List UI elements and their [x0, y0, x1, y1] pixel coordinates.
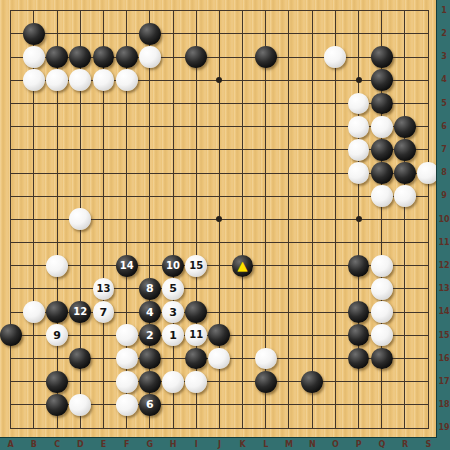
- board-cell-L11[interactable]: [254, 231, 277, 254]
- board-cell-F2[interactable]: [115, 22, 138, 45]
- board-cell-A6[interactable]: [0, 115, 22, 138]
- board-cell-E5[interactable]: [92, 92, 115, 115]
- board-cell-I5[interactable]: [185, 92, 208, 115]
- board-cell-D15[interactable]: [69, 324, 92, 347]
- board-cell-P5[interactable]: [347, 92, 370, 115]
- board-cell-H5[interactable]: [161, 92, 184, 115]
- board-cell-K7[interactable]: [231, 138, 254, 161]
- board-cell-A15[interactable]: [0, 324, 22, 347]
- board-cell-R10[interactable]: [393, 208, 416, 231]
- board-cell-C8[interactable]: [45, 161, 68, 184]
- board-cell-M15[interactable]: [277, 324, 300, 347]
- board-cell-I2[interactable]: [185, 22, 208, 45]
- board-cell-O9[interactable]: [324, 185, 347, 208]
- board-cell-I1[interactable]: [185, 0, 208, 22]
- board-cell-O2[interactable]: [324, 22, 347, 45]
- board-cell-H11[interactable]: [161, 231, 184, 254]
- board-cell-F10[interactable]: [115, 208, 138, 231]
- board-cell-C4[interactable]: [45, 69, 68, 92]
- board-cell-P13[interactable]: [347, 277, 370, 300]
- board-cell-R3[interactable]: [393, 45, 416, 68]
- board-cell-O1[interactable]: [324, 0, 347, 22]
- board-cell-M2[interactable]: [277, 22, 300, 45]
- board-cell-E3[interactable]: [92, 45, 115, 68]
- board-cell-D5[interactable]: [69, 92, 92, 115]
- board-cell-A10[interactable]: [0, 208, 22, 231]
- board-cell-E12[interactable]: [92, 254, 115, 277]
- board-cell-Q3[interactable]: [370, 45, 393, 68]
- board-cell-M7[interactable]: [277, 138, 300, 161]
- board-cell-A9[interactable]: [0, 185, 22, 208]
- board-cell-C6[interactable]: [45, 115, 68, 138]
- board-cell-Q1[interactable]: [370, 0, 393, 22]
- board-cell-P16[interactable]: [347, 347, 370, 370]
- board-cell-Q4[interactable]: [370, 69, 393, 92]
- board-cell-J12[interactable]: [208, 254, 231, 277]
- board-cell-Q6[interactable]: [370, 115, 393, 138]
- board-cell-K10[interactable]: [231, 208, 254, 231]
- board-cell-H1[interactable]: [161, 0, 184, 22]
- board-cell-Q11[interactable]: [370, 231, 393, 254]
- board-cell-R11[interactable]: [393, 231, 416, 254]
- board-cell-A18[interactable]: [0, 393, 22, 416]
- board-cell-G5[interactable]: [138, 92, 161, 115]
- board-cell-M13[interactable]: [277, 277, 300, 300]
- board-cell-N13[interactable]: [301, 277, 324, 300]
- board-cell-A14[interactable]: [0, 301, 22, 324]
- board-cell-J14[interactable]: [208, 301, 231, 324]
- board-cell-B3[interactable]: [22, 45, 45, 68]
- board-cell-O4[interactable]: [324, 69, 347, 92]
- board-cell-F8[interactable]: [115, 161, 138, 184]
- board-cell-F17[interactable]: [115, 370, 138, 393]
- board-cell-I3[interactable]: [185, 45, 208, 68]
- board-cell-R15[interactable]: [393, 324, 416, 347]
- board-cell-O10[interactable]: [324, 208, 347, 231]
- board-cell-C10[interactable]: [45, 208, 68, 231]
- board-cell-F18[interactable]: [115, 393, 138, 416]
- board-cell-M9[interactable]: [277, 185, 300, 208]
- board-cell-I17[interactable]: [185, 370, 208, 393]
- board-cell-F14[interactable]: [115, 301, 138, 324]
- board-cell-D12[interactable]: [69, 254, 92, 277]
- board-cell-B8[interactable]: [22, 161, 45, 184]
- board-cell-D9[interactable]: [69, 185, 92, 208]
- board-cell-Q8[interactable]: [370, 161, 393, 184]
- board-cell-L17[interactable]: [254, 370, 277, 393]
- board-cell-N10[interactable]: [301, 208, 324, 231]
- board-cell-O15[interactable]: [324, 324, 347, 347]
- board-cell-E4[interactable]: [92, 69, 115, 92]
- board-cell-M16[interactable]: [277, 347, 300, 370]
- board-cell-Q15[interactable]: [370, 324, 393, 347]
- board-cell-F4[interactable]: [115, 69, 138, 92]
- board-cell-O11[interactable]: [324, 231, 347, 254]
- board-cell-D8[interactable]: [69, 161, 92, 184]
- board-cell-J16[interactable]: [208, 347, 231, 370]
- board-cell-M18[interactable]: [277, 393, 300, 416]
- board-cell-F13[interactable]: [115, 277, 138, 300]
- board-cell-N18[interactable]: [301, 393, 324, 416]
- board-cell-C14[interactable]: [45, 301, 68, 324]
- board-cell-H7[interactable]: [161, 138, 184, 161]
- board-cell-D3[interactable]: [69, 45, 92, 68]
- board-cell-Q5[interactable]: [370, 92, 393, 115]
- board-cell-G4[interactable]: [138, 69, 161, 92]
- board-cell-F3[interactable]: [115, 45, 138, 68]
- board-cell-J5[interactable]: [208, 92, 231, 115]
- board-cell-K4[interactable]: [231, 69, 254, 92]
- board-cell-R16[interactable]: [393, 347, 416, 370]
- board-cell-M1[interactable]: [277, 0, 300, 22]
- board-cell-H12[interactable]: 10: [161, 254, 184, 277]
- board-cell-N4[interactable]: [301, 69, 324, 92]
- board-cell-M10[interactable]: [277, 208, 300, 231]
- board-cell-J15[interactable]: [208, 324, 231, 347]
- board-cell-N11[interactable]: [301, 231, 324, 254]
- board-cell-J13[interactable]: [208, 277, 231, 300]
- board-cell-L9[interactable]: [254, 185, 277, 208]
- board-cell-A7[interactable]: [0, 138, 22, 161]
- board-cell-K1[interactable]: [231, 0, 254, 22]
- board-cell-L1[interactable]: [254, 0, 277, 22]
- board-cell-G12[interactable]: [138, 254, 161, 277]
- board-cell-I9[interactable]: [185, 185, 208, 208]
- board-cell-H14[interactable]: 3: [161, 301, 184, 324]
- board-cell-I16[interactable]: [185, 347, 208, 370]
- board-cell-D17[interactable]: [69, 370, 92, 393]
- board-cell-B2[interactable]: [22, 22, 45, 45]
- board-cell-N5[interactable]: [301, 92, 324, 115]
- board-cell-M6[interactable]: [277, 115, 300, 138]
- board-cell-B6[interactable]: [22, 115, 45, 138]
- board-cell-K15[interactable]: [231, 324, 254, 347]
- board-cell-N16[interactable]: [301, 347, 324, 370]
- board-cell-K2[interactable]: [231, 22, 254, 45]
- board-cell-R14[interactable]: [393, 301, 416, 324]
- board-cell-A3[interactable]: [0, 45, 22, 68]
- board-cell-D11[interactable]: [69, 231, 92, 254]
- board-cell-B18[interactable]: [22, 393, 45, 416]
- board-cell-A16[interactable]: [0, 347, 22, 370]
- board-cell-L18[interactable]: [254, 393, 277, 416]
- board-cell-J3[interactable]: [208, 45, 231, 68]
- board-cell-N6[interactable]: [301, 115, 324, 138]
- board-cell-F6[interactable]: [115, 115, 138, 138]
- board-cell-E8[interactable]: [92, 161, 115, 184]
- board-cell-G11[interactable]: [138, 231, 161, 254]
- board-cell-D7[interactable]: [69, 138, 92, 161]
- board-cell-N2[interactable]: [301, 22, 324, 45]
- board-cell-K3[interactable]: [231, 45, 254, 68]
- board-cell-I12[interactable]: 15: [185, 254, 208, 277]
- board-cell-B15[interactable]: [22, 324, 45, 347]
- board-cell-G14[interactable]: 4: [138, 301, 161, 324]
- board-cell-E1[interactable]: [92, 0, 115, 22]
- board-cell-B4[interactable]: [22, 69, 45, 92]
- board-cell-K12[interactable]: ▲: [231, 254, 254, 277]
- board-cell-H13[interactable]: 5: [161, 277, 184, 300]
- board-cell-C1[interactable]: [45, 0, 68, 22]
- board-cell-H17[interactable]: [161, 370, 184, 393]
- board-cell-G2[interactable]: [138, 22, 161, 45]
- board-cell-P14[interactable]: [347, 301, 370, 324]
- board-cell-M11[interactable]: [277, 231, 300, 254]
- board-cell-L3[interactable]: [254, 45, 277, 68]
- board-cell-D1[interactable]: [69, 0, 92, 22]
- board-cell-J11[interactable]: [208, 231, 231, 254]
- board-cell-N3[interactable]: [301, 45, 324, 68]
- board-cell-P3[interactable]: [347, 45, 370, 68]
- board-cell-H9[interactable]: [161, 185, 184, 208]
- board-cell-Q13[interactable]: [370, 277, 393, 300]
- board-cell-F12[interactable]: 14: [115, 254, 138, 277]
- board-cell-K9[interactable]: [231, 185, 254, 208]
- board-cell-G10[interactable]: [138, 208, 161, 231]
- board-cell-O6[interactable]: [324, 115, 347, 138]
- board-cell-C17[interactable]: [45, 370, 68, 393]
- board-cell-C9[interactable]: [45, 185, 68, 208]
- board-cell-G6[interactable]: [138, 115, 161, 138]
- board-cell-R9[interactable]: [393, 185, 416, 208]
- board-cell-J6[interactable]: [208, 115, 231, 138]
- board-cell-Q2[interactable]: [370, 22, 393, 45]
- board-cell-H8[interactable]: [161, 161, 184, 184]
- board-cell-C15[interactable]: 9: [45, 324, 68, 347]
- board-cell-C12[interactable]: [45, 254, 68, 277]
- board-cell-B13[interactable]: [22, 277, 45, 300]
- board-cell-O3[interactable]: [324, 45, 347, 68]
- board-cell-P18[interactable]: [347, 393, 370, 416]
- board-cell-B14[interactable]: [22, 301, 45, 324]
- board-cell-L5[interactable]: [254, 92, 277, 115]
- board-cell-R6[interactable]: [393, 115, 416, 138]
- board-cell-O16[interactable]: [324, 347, 347, 370]
- board-cell-L15[interactable]: [254, 324, 277, 347]
- board-cell-F9[interactable]: [115, 185, 138, 208]
- board-cell-D6[interactable]: [69, 115, 92, 138]
- board-cell-R8[interactable]: [393, 161, 416, 184]
- board-cell-I11[interactable]: [185, 231, 208, 254]
- board-cell-E7[interactable]: [92, 138, 115, 161]
- board-cell-M4[interactable]: [277, 69, 300, 92]
- board-cell-A11[interactable]: [0, 231, 22, 254]
- board-cell-I4[interactable]: [185, 69, 208, 92]
- board-cell-O14[interactable]: [324, 301, 347, 324]
- board-cell-B1[interactable]: [22, 0, 45, 22]
- board-cell-J8[interactable]: [208, 161, 231, 184]
- board-cell-R7[interactable]: [393, 138, 416, 161]
- board-cell-J9[interactable]: [208, 185, 231, 208]
- board-cell-J1[interactable]: [208, 0, 231, 22]
- board-cell-M3[interactable]: [277, 45, 300, 68]
- board-cell-P10[interactable]: [347, 208, 370, 231]
- board-cell-C5[interactable]: [45, 92, 68, 115]
- board-cell-L2[interactable]: [254, 22, 277, 45]
- board-cell-C3[interactable]: [45, 45, 68, 68]
- board-cell-M8[interactable]: [277, 161, 300, 184]
- board-cell-G1[interactable]: [138, 0, 161, 22]
- board-cell-L10[interactable]: [254, 208, 277, 231]
- board-cell-O18[interactable]: [324, 393, 347, 416]
- board-cell-I15[interactable]: 11: [185, 324, 208, 347]
- board-cell-H4[interactable]: [161, 69, 184, 92]
- board-cell-E9[interactable]: [92, 185, 115, 208]
- board-cell-G7[interactable]: [138, 138, 161, 161]
- board-cell-Q14[interactable]: [370, 301, 393, 324]
- board-cell-R17[interactable]: [393, 370, 416, 393]
- board-cell-B11[interactable]: [22, 231, 45, 254]
- board-cell-E15[interactable]: [92, 324, 115, 347]
- board-cell-B16[interactable]: [22, 347, 45, 370]
- board-cell-D10[interactable]: [69, 208, 92, 231]
- board-cell-A5[interactable]: [0, 92, 22, 115]
- board-cell-R5[interactable]: [393, 92, 416, 115]
- board-cell-E10[interactable]: [92, 208, 115, 231]
- board-cell-L16[interactable]: [254, 347, 277, 370]
- board-cell-P11[interactable]: [347, 231, 370, 254]
- board-cell-J10[interactable]: [208, 208, 231, 231]
- board-cell-A2[interactable]: [0, 22, 22, 45]
- board-cell-K16[interactable]: [231, 347, 254, 370]
- board-cell-I13[interactable]: [185, 277, 208, 300]
- board-cell-E13[interactable]: 13: [92, 277, 115, 300]
- board-cell-L4[interactable]: [254, 69, 277, 92]
- board-cell-I10[interactable]: [185, 208, 208, 231]
- go-board[interactable]: 141015▲138512743921116: [0, 0, 437, 437]
- board-cell-L6[interactable]: [254, 115, 277, 138]
- board-cell-N8[interactable]: [301, 161, 324, 184]
- board-cell-H10[interactable]: [161, 208, 184, 231]
- board-cell-N17[interactable]: [301, 370, 324, 393]
- board-cell-N14[interactable]: [301, 301, 324, 324]
- board-cell-B5[interactable]: [22, 92, 45, 115]
- board-cell-J2[interactable]: [208, 22, 231, 45]
- board-cell-G16[interactable]: [138, 347, 161, 370]
- board-cell-E18[interactable]: [92, 393, 115, 416]
- board-cell-O13[interactable]: [324, 277, 347, 300]
- board-cell-N12[interactable]: [301, 254, 324, 277]
- board-cell-J18[interactable]: [208, 393, 231, 416]
- board-cell-B9[interactable]: [22, 185, 45, 208]
- board-cell-K18[interactable]: [231, 393, 254, 416]
- board-cell-I14[interactable]: [185, 301, 208, 324]
- board-cell-R4[interactable]: [393, 69, 416, 92]
- board-cell-O5[interactable]: [324, 92, 347, 115]
- board-cell-L8[interactable]: [254, 161, 277, 184]
- board-cell-G17[interactable]: [138, 370, 161, 393]
- board-cell-R18[interactable]: [393, 393, 416, 416]
- board-cell-D4[interactable]: [69, 69, 92, 92]
- board-cell-P7[interactable]: [347, 138, 370, 161]
- board-cell-A4[interactable]: [0, 69, 22, 92]
- board-cell-C13[interactable]: [45, 277, 68, 300]
- board-cell-D14[interactable]: 12: [69, 301, 92, 324]
- board-cell-I18[interactable]: [185, 393, 208, 416]
- board-cell-E2[interactable]: [92, 22, 115, 45]
- board-cell-M17[interactable]: [277, 370, 300, 393]
- board-cell-J7[interactable]: [208, 138, 231, 161]
- board-cell-B7[interactable]: [22, 138, 45, 161]
- board-cell-O7[interactable]: [324, 138, 347, 161]
- board-cell-E14[interactable]: 7: [92, 301, 115, 324]
- board-cell-Q16[interactable]: [370, 347, 393, 370]
- board-cell-F15[interactable]: [115, 324, 138, 347]
- board-cell-D13[interactable]: [69, 277, 92, 300]
- board-cell-H18[interactable]: [161, 393, 184, 416]
- board-cell-O12[interactable]: [324, 254, 347, 277]
- board-cell-J17[interactable]: [208, 370, 231, 393]
- board-cell-P8[interactable]: [347, 161, 370, 184]
- board-cell-A8[interactable]: [0, 161, 22, 184]
- board-cell-H15[interactable]: 1: [161, 324, 184, 347]
- board-cell-K11[interactable]: [231, 231, 254, 254]
- board-cell-H3[interactable]: [161, 45, 184, 68]
- board-cell-G9[interactable]: [138, 185, 161, 208]
- board-cell-C18[interactable]: [45, 393, 68, 416]
- board-cell-K17[interactable]: [231, 370, 254, 393]
- board-cell-N1[interactable]: [301, 0, 324, 22]
- board-cell-F5[interactable]: [115, 92, 138, 115]
- board-cell-D18[interactable]: [69, 393, 92, 416]
- board-cell-C7[interactable]: [45, 138, 68, 161]
- board-cell-B12[interactable]: [22, 254, 45, 277]
- board-cell-Q7[interactable]: [370, 138, 393, 161]
- board-cell-E16[interactable]: [92, 347, 115, 370]
- board-cell-Q10[interactable]: [370, 208, 393, 231]
- board-cell-H16[interactable]: [161, 347, 184, 370]
- board-cell-G18[interactable]: 6: [138, 393, 161, 416]
- board-cell-K8[interactable]: [231, 161, 254, 184]
- board-cell-G3[interactable]: [138, 45, 161, 68]
- board-cell-P2[interactable]: [347, 22, 370, 45]
- board-cell-B10[interactable]: [22, 208, 45, 231]
- board-cell-E17[interactable]: [92, 370, 115, 393]
- board-cell-F7[interactable]: [115, 138, 138, 161]
- board-cell-E11[interactable]: [92, 231, 115, 254]
- board-cell-P9[interactable]: [347, 185, 370, 208]
- board-cell-O17[interactable]: [324, 370, 347, 393]
- board-cell-G15[interactable]: 2: [138, 324, 161, 347]
- board-cell-L14[interactable]: [254, 301, 277, 324]
- board-cell-I8[interactable]: [185, 161, 208, 184]
- board-cell-L13[interactable]: [254, 277, 277, 300]
- board-cell-K5[interactable]: [231, 92, 254, 115]
- board-cell-F16[interactable]: [115, 347, 138, 370]
- board-cell-E6[interactable]: [92, 115, 115, 138]
- board-cell-P4[interactable]: [347, 69, 370, 92]
- board-cell-L12[interactable]: [254, 254, 277, 277]
- board-cell-M5[interactable]: [277, 92, 300, 115]
- board-cell-R13[interactable]: [393, 277, 416, 300]
- board-cell-C11[interactable]: [45, 231, 68, 254]
- board-cell-H6[interactable]: [161, 115, 184, 138]
- board-cell-A13[interactable]: [0, 277, 22, 300]
- board-cell-N15[interactable]: [301, 324, 324, 347]
- board-cell-R2[interactable]: [393, 22, 416, 45]
- board-cell-K6[interactable]: [231, 115, 254, 138]
- board-cell-B17[interactable]: [22, 370, 45, 393]
- board-cell-F1[interactable]: [115, 0, 138, 22]
- board-cell-H2[interactable]: [161, 22, 184, 45]
- board-cell-A12[interactable]: [0, 254, 22, 277]
- board-cell-G8[interactable]: [138, 161, 161, 184]
- board-cell-P15[interactable]: [347, 324, 370, 347]
- board-cell-Q18[interactable]: [370, 393, 393, 416]
- board-cell-I7[interactable]: [185, 138, 208, 161]
- board-cell-Q17[interactable]: [370, 370, 393, 393]
- board-cell-N9[interactable]: [301, 185, 324, 208]
